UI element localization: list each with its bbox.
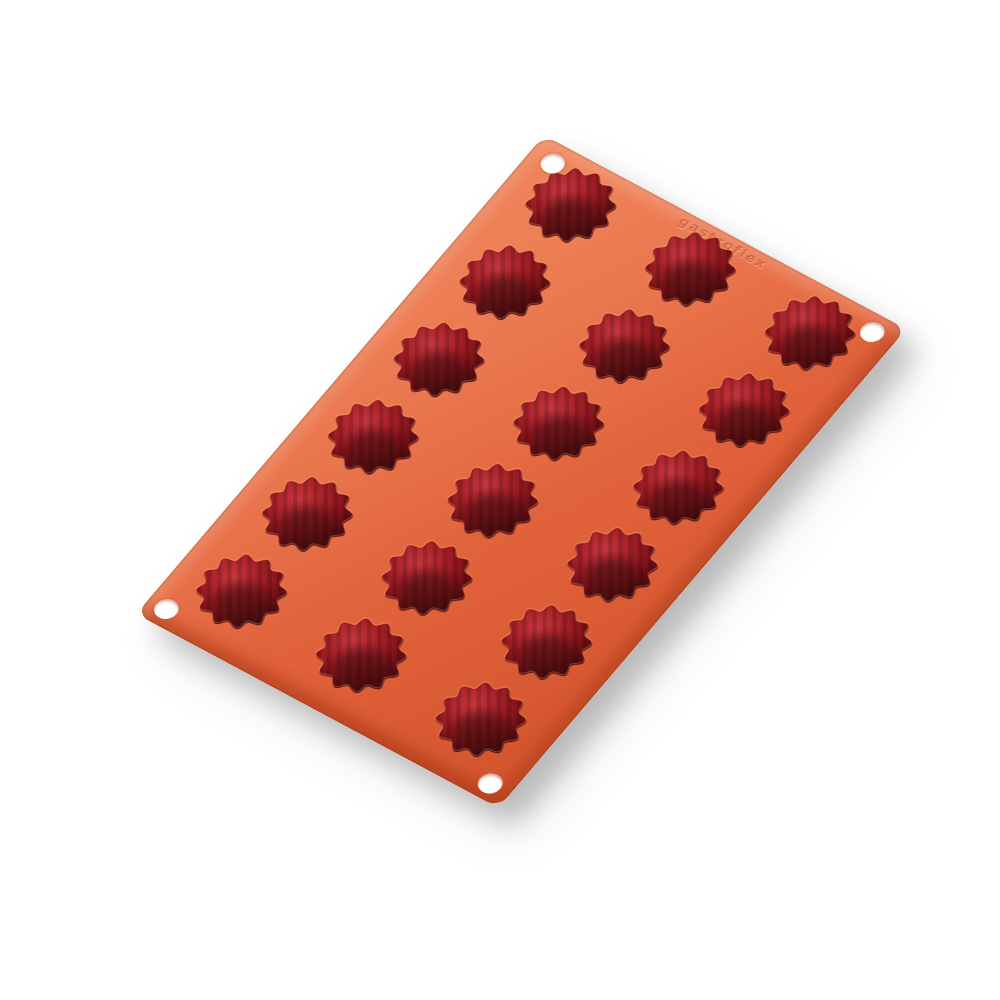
photo-stage: gastroflex — [0, 0, 1000, 1000]
hanging-hole — [473, 770, 507, 798]
silicone-mold: gastroflex — [136, 135, 907, 808]
